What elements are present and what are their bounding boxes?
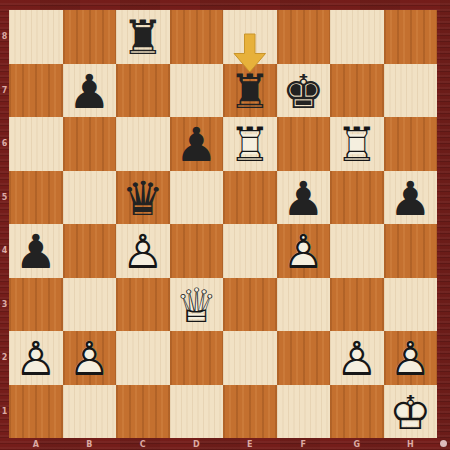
square-d6[interactable]: ♟ — [170, 117, 224, 171]
square-g3[interactable] — [330, 278, 384, 332]
file-labels: ABCDEFGH — [9, 438, 437, 450]
piece-glyph: ♟ — [63, 65, 117, 119]
piece-white-rook[interactable]: ♜♖ — [330, 117, 384, 171]
square-a1[interactable] — [9, 385, 63, 439]
square-h3[interactable] — [384, 278, 438, 332]
piece-outline-glyph: ♙ — [330, 332, 384, 386]
square-f7[interactable]: ♚ — [277, 64, 331, 118]
square-f4[interactable]: ♟♙ — [277, 224, 331, 278]
piece-glyph: ♟ — [330, 332, 384, 386]
rank-label-7: 7 — [0, 64, 9, 118]
piece-glyph: ♜ — [116, 11, 170, 65]
piece-black-rook[interactable]: ♜ — [116, 10, 170, 64]
square-f1[interactable] — [277, 385, 331, 439]
piece-black-rook[interactable]: ♜ — [223, 64, 277, 118]
piece-glyph: ♛ — [116, 172, 170, 226]
rank-label-4: 4 — [0, 224, 9, 278]
chess-board-frame: ♜♟♜♚♟♜♖♜♖♛♟♟♟♟♙♟♙♛♕♟♙♟♙♟♙♟♙♚♔ 87654321 A… — [0, 0, 450, 450]
square-g7[interactable] — [330, 64, 384, 118]
file-label-a: A — [9, 438, 63, 450]
piece-black-pawn[interactable]: ♟ — [63, 64, 117, 118]
piece-white-pawn[interactable]: ♟♙ — [277, 224, 331, 278]
rank-label-6: 6 — [0, 117, 9, 171]
square-e3[interactable] — [223, 278, 277, 332]
square-g1[interactable] — [330, 385, 384, 439]
square-a4[interactable]: ♟ — [9, 224, 63, 278]
square-g6[interactable]: ♜♖ — [330, 117, 384, 171]
square-b2[interactable]: ♟♙ — [63, 331, 117, 385]
piece-outline-glyph: ♙ — [384, 332, 438, 386]
square-e5[interactable] — [223, 171, 277, 225]
square-b7[interactable]: ♟ — [63, 64, 117, 118]
resize-handle-dot[interactable] — [440, 440, 447, 447]
piece-outline-glyph: ♙ — [9, 332, 63, 386]
square-a6[interactable] — [9, 117, 63, 171]
square-a2[interactable]: ♟♙ — [9, 331, 63, 385]
square-h4[interactable] — [384, 224, 438, 278]
file-label-b: B — [63, 438, 117, 450]
square-b3[interactable] — [63, 278, 117, 332]
square-a8[interactable] — [9, 10, 63, 64]
piece-black-pawn[interactable]: ♟ — [277, 171, 331, 225]
square-c6[interactable] — [116, 117, 170, 171]
square-a3[interactable] — [9, 278, 63, 332]
square-a7[interactable] — [9, 64, 63, 118]
rank-label-1: 1 — [0, 385, 9, 439]
rank-label-2: 2 — [0, 331, 9, 385]
piece-glyph: ♟ — [277, 172, 331, 226]
square-e8[interactable] — [223, 10, 277, 64]
piece-white-queen[interactable]: ♛♕ — [170, 278, 224, 332]
square-a5[interactable] — [9, 171, 63, 225]
piece-white-pawn[interactable]: ♟♙ — [116, 224, 170, 278]
piece-white-pawn[interactable]: ♟♙ — [330, 331, 384, 385]
square-g4[interactable] — [330, 224, 384, 278]
square-c3[interactable] — [116, 278, 170, 332]
piece-black-pawn[interactable]: ♟ — [170, 117, 224, 171]
file-label-c: C — [116, 438, 170, 450]
piece-outline-glyph: ♖ — [223, 118, 277, 172]
piece-white-rook[interactable]: ♜♖ — [223, 117, 277, 171]
square-g8[interactable] — [330, 10, 384, 64]
piece-outline-glyph: ♕ — [170, 279, 224, 333]
square-c5[interactable]: ♛ — [116, 171, 170, 225]
square-d4[interactable] — [170, 224, 224, 278]
square-h5[interactable]: ♟ — [384, 171, 438, 225]
square-f3[interactable] — [277, 278, 331, 332]
square-g5[interactable] — [330, 171, 384, 225]
square-e4[interactable] — [223, 224, 277, 278]
piece-glyph: ♜ — [223, 65, 277, 119]
rank-label-8: 8 — [0, 10, 9, 64]
square-h1[interactable]: ♚♔ — [384, 385, 438, 439]
board: ♜♟♜♚♟♜♖♜♖♛♟♟♟♟♙♟♙♛♕♟♙♟♙♟♙♟♙♚♔ — [9, 10, 437, 438]
piece-black-queen[interactable]: ♛ — [116, 171, 170, 225]
piece-outline-glyph: ♖ — [330, 118, 384, 172]
file-label-f: F — [277, 438, 331, 450]
square-c4[interactable]: ♟♙ — [116, 224, 170, 278]
piece-outline-glyph: ♙ — [63, 332, 117, 386]
square-h7[interactable] — [384, 64, 438, 118]
square-e7[interactable]: ♜ — [223, 64, 277, 118]
piece-glyph: ♜ — [330, 118, 384, 172]
square-b6[interactable] — [63, 117, 117, 171]
square-e1[interactable] — [223, 385, 277, 439]
square-f6[interactable] — [277, 117, 331, 171]
piece-glyph: ♟ — [9, 332, 63, 386]
file-label-h: H — [384, 438, 438, 450]
rank-label-3: 3 — [0, 278, 9, 332]
square-b5[interactable] — [63, 171, 117, 225]
square-h6[interactable] — [384, 117, 438, 171]
piece-outline-glyph: ♙ — [277, 225, 331, 279]
square-d5[interactable] — [170, 171, 224, 225]
square-b8[interactable] — [63, 10, 117, 64]
piece-outline-glyph: ♔ — [384, 386, 438, 440]
square-d3[interactable]: ♛♕ — [170, 278, 224, 332]
square-d7[interactable] — [170, 64, 224, 118]
piece-glyph: ♟ — [277, 225, 331, 279]
file-label-d: D — [170, 438, 224, 450]
square-d2[interactable] — [170, 331, 224, 385]
piece-white-pawn[interactable]: ♟♙ — [9, 331, 63, 385]
square-e2[interactable] — [223, 331, 277, 385]
piece-glyph: ♚ — [277, 65, 331, 119]
piece-glyph: ♚ — [384, 386, 438, 440]
square-h2[interactable]: ♟♙ — [384, 331, 438, 385]
square-f5[interactable]: ♟ — [277, 171, 331, 225]
piece-outline-glyph: ♙ — [116, 225, 170, 279]
piece-white-pawn[interactable]: ♟♙ — [384, 331, 438, 385]
piece-glyph: ♟ — [384, 332, 438, 386]
square-b4[interactable] — [63, 224, 117, 278]
rank-label-5: 5 — [0, 171, 9, 225]
square-d8[interactable] — [170, 10, 224, 64]
square-c1[interactable] — [116, 385, 170, 439]
piece-black-king[interactable]: ♚ — [277, 64, 331, 118]
square-e6[interactable]: ♜♖ — [223, 117, 277, 171]
square-c7[interactable] — [116, 64, 170, 118]
piece-glyph: ♟ — [9, 225, 63, 279]
file-label-g: G — [330, 438, 384, 450]
piece-white-pawn[interactable]: ♟♙ — [63, 331, 117, 385]
piece-glyph: ♟ — [63, 332, 117, 386]
square-g2[interactable]: ♟♙ — [330, 331, 384, 385]
piece-white-king[interactable]: ♚♔ — [384, 385, 438, 439]
piece-glyph: ♟ — [116, 225, 170, 279]
piece-glyph: ♟ — [384, 172, 438, 226]
square-b1[interactable] — [63, 385, 117, 439]
square-c2[interactable] — [116, 331, 170, 385]
piece-glyph: ♜ — [223, 118, 277, 172]
square-h8[interactable] — [384, 10, 438, 64]
square-d1[interactable] — [170, 385, 224, 439]
piece-black-pawn[interactable]: ♟ — [384, 171, 438, 225]
piece-black-pawn[interactable]: ♟ — [9, 224, 63, 278]
piece-glyph: ♛ — [170, 279, 224, 333]
rank-labels: 87654321 — [0, 10, 9, 438]
file-label-e: E — [223, 438, 277, 450]
square-f8[interactable] — [277, 10, 331, 64]
piece-glyph: ♟ — [170, 118, 224, 172]
square-c8[interactable]: ♜ — [116, 10, 170, 64]
square-f2[interactable] — [277, 331, 331, 385]
